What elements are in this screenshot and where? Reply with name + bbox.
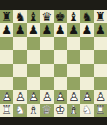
square-f1[interactable]: ♝♗ [67, 104, 80, 117]
square-b3[interactable] [13, 77, 26, 90]
piece-black-pawn: ♟ [54, 23, 67, 36]
square-g3[interactable] [80, 77, 93, 90]
square-b2[interactable]: ♟♙ [13, 90, 26, 103]
square-f2[interactable]: ♟♙ [67, 90, 80, 103]
black-knight-icon: ♞ [15, 10, 26, 22]
piece-black-king: ♚ [54, 10, 67, 23]
black-pawn-icon: ♟ [1, 24, 12, 36]
square-a7[interactable]: ♟ [0, 23, 13, 36]
piece-black-bishop: ♝ [67, 10, 80, 23]
white-pawn-outline-icon: ♙ [68, 91, 79, 103]
square-e4[interactable] [54, 64, 67, 77]
square-g8[interactable]: ♞ [80, 10, 93, 23]
black-pawn-icon: ♟ [15, 24, 26, 36]
square-h7[interactable]: ♟ [94, 23, 107, 36]
square-h3[interactable] [94, 77, 107, 90]
square-h2[interactable]: ♟♙ [94, 90, 107, 103]
black-rook-icon: ♜ [1, 10, 12, 22]
piece-white-rook: ♜♖ [94, 104, 107, 117]
black-rook-icon: ♜ [95, 10, 106, 22]
square-d3[interactable] [40, 77, 53, 90]
square-a6[interactable] [0, 37, 13, 50]
square-e2[interactable]: ♟♙ [54, 90, 67, 103]
piece-black-pawn: ♟ [0, 23, 13, 36]
piece-black-bishop: ♝ [27, 10, 40, 23]
square-a1[interactable]: ♜♖ [0, 104, 13, 117]
white-pawn-outline-icon: ♙ [1, 91, 12, 103]
square-d8[interactable]: ♛ [40, 10, 53, 23]
black-pawn-icon: ♟ [95, 24, 106, 36]
square-c3[interactable] [27, 77, 40, 90]
square-f7[interactable]: ♟ [67, 23, 80, 36]
square-e7[interactable]: ♟ [54, 23, 67, 36]
piece-black-rook: ♜ [94, 10, 107, 23]
piece-white-bishop: ♝♗ [27, 104, 40, 117]
piece-white-pawn: ♟♙ [27, 90, 40, 103]
square-f5[interactable] [67, 50, 80, 63]
piece-black-pawn: ♟ [27, 23, 40, 36]
black-pawn-icon: ♟ [55, 24, 66, 36]
square-b4[interactable] [13, 64, 26, 77]
square-a2[interactable]: ♟♙ [0, 90, 13, 103]
black-knight-icon: ♞ [82, 10, 93, 22]
chess-app-window: ♜♞♝♛♚♝♞♜♟♟♟♟♟♟♟♟♟♙♟♙♟♙♟♙♟♙♟♙♟♙♟♙♜♖♞♘♝♗♛♕… [0, 0, 107, 125]
black-queen-icon: ♛ [41, 10, 52, 22]
square-a4[interactable] [0, 64, 13, 77]
square-g2[interactable]: ♟♙ [80, 90, 93, 103]
piece-black-rook: ♜ [0, 10, 13, 23]
white-rook-outline-icon: ♖ [1, 104, 12, 116]
black-pawn-icon: ♟ [68, 24, 79, 36]
white-pawn-outline-icon: ♙ [28, 91, 39, 103]
bottom-background-bar [0, 117, 107, 125]
square-e5[interactable] [54, 50, 67, 63]
square-h1[interactable]: ♜♖ [94, 104, 107, 117]
white-pawn-outline-icon: ♙ [95, 91, 106, 103]
square-d1[interactable]: ♛♕ [40, 104, 53, 117]
piece-white-bishop: ♝♗ [67, 104, 80, 117]
piece-black-pawn: ♟ [67, 23, 80, 36]
black-pawn-icon: ♟ [41, 24, 52, 36]
white-pawn-outline-icon: ♙ [55, 91, 66, 103]
square-h8[interactable]: ♜ [94, 10, 107, 23]
square-h4[interactable] [94, 64, 107, 77]
piece-black-pawn: ♟ [80, 23, 93, 36]
piece-white-pawn: ♟♙ [94, 90, 107, 103]
black-pawn-icon: ♟ [28, 24, 39, 36]
white-bishop-outline-icon: ♗ [28, 104, 39, 116]
white-queen-outline-icon: ♕ [41, 104, 52, 116]
piece-white-pawn: ♟♙ [80, 90, 93, 103]
piece-black-pawn: ♟ [13, 23, 26, 36]
chess-board[interactable]: ♜♞♝♛♚♝♞♜♟♟♟♟♟♟♟♟♟♙♟♙♟♙♟♙♟♙♟♙♟♙♟♙♜♖♞♘♝♗♛♕… [0, 10, 107, 117]
square-a5[interactable] [0, 50, 13, 63]
square-e6[interactable] [54, 37, 67, 50]
square-a3[interactable] [0, 77, 13, 90]
white-pawn-outline-icon: ♙ [15, 91, 26, 103]
square-f3[interactable] [67, 77, 80, 90]
black-king-icon: ♚ [55, 10, 66, 22]
square-e8[interactable]: ♚ [54, 10, 67, 23]
square-f8[interactable]: ♝ [67, 10, 80, 23]
piece-white-knight: ♞♘ [80, 104, 93, 117]
piece-white-pawn: ♟♙ [40, 90, 53, 103]
square-g6[interactable] [80, 37, 93, 50]
piece-white-pawn: ♟♙ [54, 90, 67, 103]
square-h5[interactable] [94, 50, 107, 63]
square-c8[interactable]: ♝ [27, 10, 40, 23]
square-b6[interactable] [13, 37, 26, 50]
square-e3[interactable] [54, 77, 67, 90]
square-c4[interactable] [27, 64, 40, 77]
square-d4[interactable] [40, 64, 53, 77]
square-b7[interactable]: ♟ [13, 23, 26, 36]
square-c5[interactable] [27, 50, 40, 63]
piece-white-knight: ♞♘ [13, 104, 26, 117]
square-f6[interactable] [67, 37, 80, 50]
square-h6[interactable] [94, 37, 107, 50]
square-b5[interactable] [13, 50, 26, 63]
black-bishop-icon: ♝ [28, 10, 39, 22]
square-e1[interactable]: ♚♔ [54, 104, 67, 117]
piece-white-pawn: ♟♙ [0, 90, 13, 103]
white-king-outline-icon: ♔ [55, 104, 66, 116]
piece-black-pawn: ♟ [40, 23, 53, 36]
square-c6[interactable] [27, 37, 40, 50]
black-bishop-icon: ♝ [68, 10, 79, 22]
piece-black-pawn: ♟ [94, 23, 107, 36]
square-a8[interactable]: ♜ [0, 10, 13, 23]
square-c7[interactable]: ♟ [27, 23, 40, 36]
square-c1[interactable]: ♝♗ [27, 104, 40, 117]
white-rook-outline-icon: ♖ [95, 104, 106, 116]
piece-black-knight: ♞ [13, 10, 26, 23]
square-b8[interactable]: ♞ [13, 10, 26, 23]
black-pawn-icon: ♟ [82, 24, 93, 36]
square-g5[interactable] [80, 50, 93, 63]
white-knight-outline-icon: ♘ [82, 104, 93, 116]
piece-white-queen: ♛♕ [40, 104, 53, 117]
square-g4[interactable] [80, 64, 93, 77]
square-d7[interactable]: ♟ [40, 23, 53, 36]
square-g7[interactable]: ♟ [80, 23, 93, 36]
square-d5[interactable] [40, 50, 53, 63]
white-pawn-outline-icon: ♙ [82, 91, 93, 103]
white-bishop-outline-icon: ♗ [68, 104, 79, 116]
piece-white-king: ♚♔ [54, 104, 67, 117]
piece-white-pawn: ♟♙ [67, 90, 80, 103]
piece-black-knight: ♞ [80, 10, 93, 23]
piece-white-rook: ♜♖ [0, 104, 13, 117]
white-pawn-outline-icon: ♙ [41, 91, 52, 103]
square-d2[interactable]: ♟♙ [40, 90, 53, 103]
square-g1[interactable]: ♞♘ [80, 104, 93, 117]
square-c2[interactable]: ♟♙ [27, 90, 40, 103]
piece-white-pawn: ♟♙ [13, 90, 26, 103]
square-f4[interactable] [67, 64, 80, 77]
piece-black-queen: ♛ [40, 10, 53, 23]
white-knight-outline-icon: ♘ [15, 104, 26, 116]
square-d6[interactable] [40, 37, 53, 50]
square-b1[interactable]: ♞♘ [13, 104, 26, 117]
